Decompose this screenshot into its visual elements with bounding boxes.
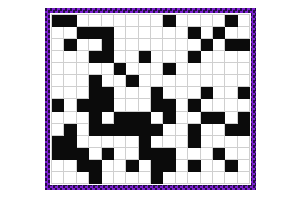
grid-cell-r13c3[interactable] (77, 160, 89, 172)
grid-cell-r14c15[interactable] (225, 172, 237, 184)
grid-cell-r1c5[interactable] (102, 15, 114, 27)
grid-cell-r9c11[interactable] (176, 112, 188, 124)
grid-cell-r1c3[interactable] (77, 15, 89, 27)
grid-cell-r13c15[interactable] (225, 160, 237, 172)
grid-cell-r14c1[interactable] (52, 172, 64, 184)
grid-cell-r1c11[interactable] (176, 15, 188, 27)
grid-cell-r1c9[interactable] (151, 15, 163, 27)
grid-cell-r13c2[interactable] (64, 160, 76, 172)
grid-cell-r10c6[interactable] (114, 124, 126, 136)
grid-cell-r11c7[interactable] (126, 136, 138, 148)
grid-cell-r13c11[interactable] (176, 160, 188, 172)
grid-cell-r5c13[interactable] (201, 63, 213, 75)
grid-cell-r4c15[interactable] (225, 51, 237, 63)
grid-cell-r8c13[interactable] (201, 99, 213, 111)
grid-cell-r3c9[interactable] (151, 39, 163, 51)
grid-cell-r6c10[interactable] (163, 75, 175, 87)
grid-cell-r12c4[interactable] (89, 148, 101, 160)
grid-cell-r3c14[interactable] (213, 39, 225, 51)
grid-cell-r10c12[interactable] (188, 124, 200, 136)
grid-cell-r10c14[interactable] (213, 124, 225, 136)
grid-cell-r7c11[interactable] (176, 87, 188, 99)
grid-cell-r9c3[interactable] (77, 112, 89, 124)
checkered-border-frame (45, 8, 256, 190)
grid-cell-r13c9[interactable] (151, 160, 163, 172)
grid-cell-r4c14[interactable] (213, 51, 225, 63)
grid-cell-r11c4[interactable] (89, 136, 101, 148)
grid-cell-r12c3[interactable] (77, 148, 89, 160)
grid-cell-r14c13[interactable] (201, 172, 213, 184)
grid-cell-r4c12[interactable] (188, 51, 200, 63)
grid-cell-r2c10[interactable] (163, 27, 175, 39)
grid-cell-r1c6[interactable] (114, 15, 126, 27)
grid-cell-r14c2[interactable] (64, 172, 76, 184)
grid-cell-r11c10[interactable] (163, 136, 175, 148)
grid-cell-r6c15[interactable] (225, 75, 237, 87)
grid-cell-r12c8[interactable] (139, 148, 151, 160)
grid-cell-r12c16[interactable] (238, 148, 250, 160)
grid-cell-r10c1[interactable] (52, 124, 64, 136)
grid-cell-r5c11[interactable] (176, 63, 188, 75)
grid-cell-r7c15[interactable] (225, 87, 237, 99)
grid-cell-r11c13[interactable] (201, 136, 213, 148)
grid-cell-r9c15[interactable] (225, 112, 237, 124)
grid-cell-r3c8[interactable] (139, 39, 151, 51)
grid-cell-r2c5[interactable] (102, 27, 114, 39)
grid-cell-r11c16[interactable] (238, 136, 250, 148)
grid-cell-r9c5[interactable] (102, 112, 114, 124)
grid-cell-r11c9[interactable] (151, 136, 163, 148)
grid-cell-r14c7[interactable] (126, 172, 138, 184)
grid-cell-r11c8[interactable] (139, 136, 151, 148)
grid-cell-r3c2[interactable] (64, 39, 76, 51)
grid-cell-r6c5[interactable] (102, 75, 114, 87)
grid-cell-r14c12[interactable] (188, 172, 200, 184)
grid-cell-r7c13[interactable] (201, 87, 213, 99)
grid-cell-r4c5[interactable] (102, 51, 114, 63)
grid-cell-r8c16[interactable] (238, 99, 250, 111)
grid-cell-r11c15[interactable] (225, 136, 237, 148)
grid-cell-r1c16[interactable] (238, 15, 250, 27)
grid-cell-r11c5[interactable] (102, 136, 114, 148)
grid-cell-r12c15[interactable] (225, 148, 237, 160)
grid-cell-r7c6[interactable] (114, 87, 126, 99)
grid-cell-r5c2[interactable] (64, 63, 76, 75)
grid-cell-r8c7[interactable] (126, 99, 138, 111)
grid-cell-r8c2[interactable] (64, 99, 76, 111)
grid-cell-r13c16[interactable] (238, 160, 250, 172)
grid-cell-r6c16[interactable] (238, 75, 250, 87)
grid-cell-r9c8[interactable] (139, 112, 151, 124)
grid-cell-r6c3[interactable] (77, 75, 89, 87)
puzzle-grid (51, 14, 250, 184)
grid-cell-r13c6[interactable] (114, 160, 126, 172)
grid-cell-r4c4[interactable] (89, 51, 101, 63)
grid-cell-r9c16[interactable] (238, 112, 250, 124)
grid-cell-r6c1[interactable] (52, 75, 64, 87)
grid-cell-r4c10[interactable] (163, 51, 175, 63)
grid-cell-r7c10[interactable] (163, 87, 175, 99)
grid-cell-r7c4[interactable] (89, 87, 101, 99)
grid-cell-r2c12[interactable] (188, 27, 200, 39)
grid-cell-r3c1[interactable] (52, 39, 64, 51)
grid-cell-r6c13[interactable] (201, 75, 213, 87)
grid-cell-r14c5[interactable] (102, 172, 114, 184)
grid-cell-r12c13[interactable] (201, 148, 213, 160)
grid-cell-r2c8[interactable] (139, 27, 151, 39)
grid-cell-r13c1[interactable] (52, 160, 64, 172)
grid-cell-r10c2[interactable] (64, 124, 76, 136)
grid-cell-r1c12[interactable] (188, 15, 200, 27)
grid-cell-r5c12[interactable] (188, 63, 200, 75)
grid-cell-r4c2[interactable] (64, 51, 76, 63)
grid-cell-r5c4[interactable] (89, 63, 101, 75)
grid-cell-r6c14[interactable] (213, 75, 225, 87)
grid-cell-r1c8[interactable] (139, 15, 151, 27)
grid-cell-r4c3[interactable] (77, 51, 89, 63)
grid-cell-r5c10[interactable] (163, 63, 175, 75)
grid-cell-r7c1[interactable] (52, 87, 64, 99)
grid-cell-r1c13[interactable] (201, 15, 213, 27)
grid-cell-r9c6[interactable] (114, 112, 126, 124)
grid-cell-r7c12[interactable] (188, 87, 200, 99)
grid-cell-r12c7[interactable] (126, 148, 138, 160)
grid-cell-r6c7[interactable] (126, 75, 138, 87)
grid-cell-r10c9[interactable] (151, 124, 163, 136)
grid-cell-r10c7[interactable] (126, 124, 138, 136)
grid-cell-r13c10[interactable] (163, 160, 175, 172)
grid-cell-r7c3[interactable] (77, 87, 89, 99)
grid-cell-r13c14[interactable] (213, 160, 225, 172)
grid-cell-r4c13[interactable] (201, 51, 213, 63)
grid-cell-r13c8[interactable] (139, 160, 151, 172)
grid-cell-r10c4[interactable] (89, 124, 101, 136)
grid-cell-r10c11[interactable] (176, 124, 188, 136)
grid-cell-r14c16[interactable] (238, 172, 250, 184)
grid-cell-r5c9[interactable] (151, 63, 163, 75)
grid-cell-r11c3[interactable] (77, 136, 89, 148)
grid-cell-r1c14[interactable] (213, 15, 225, 27)
grid-cell-r6c2[interactable] (64, 75, 76, 87)
grid-cell-r11c12[interactable] (188, 136, 200, 148)
grid-cell-r4c11[interactable] (176, 51, 188, 63)
grid-cell-r7c9[interactable] (151, 87, 163, 99)
grid-cell-r12c12[interactable] (188, 148, 200, 160)
grid-cell-r12c5[interactable] (102, 148, 114, 160)
grid-cell-r10c3[interactable] (77, 124, 89, 136)
grid-cell-r14c8[interactable] (139, 172, 151, 184)
grid-cell-r1c2[interactable] (64, 15, 76, 27)
grid-cell-r3c5[interactable] (102, 39, 114, 51)
grid-cell-r4c9[interactable] (151, 51, 163, 63)
grid-cell-r2c6[interactable] (114, 27, 126, 39)
grid-cell-r9c10[interactable] (163, 112, 175, 124)
grid-cell-r10c8[interactable] (139, 124, 151, 136)
grid-cell-r2c13[interactable] (201, 27, 213, 39)
grid-cell-r8c3[interactable] (77, 99, 89, 111)
grid-cell-r12c6[interactable] (114, 148, 126, 160)
grid-cell-r8c8[interactable] (139, 99, 151, 111)
grid-cell-r1c1[interactable] (52, 15, 64, 27)
grid-cell-r9c4[interactable] (89, 112, 101, 124)
grid-cell-r14c14[interactable] (213, 172, 225, 184)
grid-cell-r14c4[interactable] (89, 172, 101, 184)
grid-cell-r14c9[interactable] (151, 172, 163, 184)
grid-cell-r6c11[interactable] (176, 75, 188, 87)
grid-cell-r9c2[interactable] (64, 112, 76, 124)
grid-cell-r11c11[interactable] (176, 136, 188, 148)
grid-cell-r5c7[interactable] (126, 63, 138, 75)
grid-cell-r3c4[interactable] (89, 39, 101, 51)
grid-cell-r4c8[interactable] (139, 51, 151, 63)
grid-cell-r10c13[interactable] (201, 124, 213, 136)
grid-cell-r6c6[interactable] (114, 75, 126, 87)
grid-cell-r2c3[interactable] (77, 27, 89, 39)
grid-cell-r11c14[interactable] (213, 136, 225, 148)
grid-cell-r5c14[interactable] (213, 63, 225, 75)
grid-cell-r3c7[interactable] (126, 39, 138, 51)
grid-cell-r5c3[interactable] (77, 63, 89, 75)
page-background (0, 0, 300, 200)
grid-cell-r10c16[interactable] (238, 124, 250, 136)
grid-cell-r12c9[interactable] (151, 148, 163, 160)
grid-cell-r12c10[interactable] (163, 148, 175, 160)
grid-cell-r14c10[interactable] (163, 172, 175, 184)
grid-cell-r12c14[interactable] (213, 148, 225, 160)
grid-cell-r2c4[interactable] (89, 27, 101, 39)
grid-cell-r8c15[interactable] (225, 99, 237, 111)
grid-cell-r5c1[interactable] (52, 63, 64, 75)
grid-cell-r7c2[interactable] (64, 87, 76, 99)
grid-cell-r8c11[interactable] (176, 99, 188, 111)
grid-cell-r5c15[interactable] (225, 63, 237, 75)
grid-cell-r9c1[interactable] (52, 112, 64, 124)
grid-cell-r3c3[interactable] (77, 39, 89, 51)
grid-cell-r7c8[interactable] (139, 87, 151, 99)
grid-cell-r5c5[interactable] (102, 63, 114, 75)
grid-cell-r8c10[interactable] (163, 99, 175, 111)
grid-cell-r11c6[interactable] (114, 136, 126, 148)
grid-cell-r9c12[interactable] (188, 112, 200, 124)
grid-cell-r8c5[interactable] (102, 99, 114, 111)
grid-cell-r6c8[interactable] (139, 75, 151, 87)
grid-cell-r9c7[interactable] (126, 112, 138, 124)
grid-cell-r3c6[interactable] (114, 39, 126, 51)
grid-cell-r4c1[interactable] (52, 51, 64, 63)
grid-cell-r3c12[interactable] (188, 39, 200, 51)
grid-cell-r4c7[interactable] (126, 51, 138, 63)
grid-cell-r12c2[interactable] (64, 148, 76, 160)
grid-cell-r13c4[interactable] (89, 160, 101, 172)
grid-cell-r9c13[interactable] (201, 112, 213, 124)
grid-cell-r13c12[interactable] (188, 160, 200, 172)
grid-cell-r2c15[interactable] (225, 27, 237, 39)
grid-cell-r14c6[interactable] (114, 172, 126, 184)
grid-cell-r12c11[interactable] (176, 148, 188, 160)
grid-cell-r2c11[interactable] (176, 27, 188, 39)
grid-cell-r10c10[interactable] (163, 124, 175, 136)
grid-cell-r3c16[interactable] (238, 39, 250, 51)
grid-cell-r3c15[interactable] (225, 39, 237, 51)
grid-cell-r8c6[interactable] (114, 99, 126, 111)
grid-cell-r2c7[interactable] (126, 27, 138, 39)
grid-cell-r5c8[interactable] (139, 63, 151, 75)
grid-cell-r3c11[interactable] (176, 39, 188, 51)
grid-cell-r14c11[interactable] (176, 172, 188, 184)
grid-cell-r6c4[interactable] (89, 75, 101, 87)
grid-cell-r6c9[interactable] (151, 75, 163, 87)
grid-cell-r14c3[interactable] (77, 172, 89, 184)
grid-cell-r8c12[interactable] (188, 99, 200, 111)
grid-cell-r2c16[interactable] (238, 27, 250, 39)
grid-cell-r13c7[interactable] (126, 160, 138, 172)
grid-cell-r5c16[interactable] (238, 63, 250, 75)
grid-cell-r11c1[interactable] (52, 136, 64, 148)
grid-cell-r8c4[interactable] (89, 99, 101, 111)
grid-cell-r1c10[interactable] (163, 15, 175, 27)
grid-cell-r2c1[interactable] (52, 27, 64, 39)
grid-cell-r4c16[interactable] (238, 51, 250, 63)
grid-cell-r2c14[interactable] (213, 27, 225, 39)
grid-cell-r3c13[interactable] (201, 39, 213, 51)
grid-cell-r9c14[interactable] (213, 112, 225, 124)
grid-cell-r11c2[interactable] (64, 136, 76, 148)
grid-cell-r9c9[interactable] (151, 112, 163, 124)
grid-cell-r7c7[interactable] (126, 87, 138, 99)
grid-cell-r12c1[interactable] (52, 148, 64, 160)
grid-cell-r1c4[interactable] (89, 15, 101, 27)
grid-cell-r2c2[interactable] (64, 27, 76, 39)
grid-cell-r10c15[interactable] (225, 124, 237, 136)
grid-cell-r13c5[interactable] (102, 160, 114, 172)
grid-cell-r6c12[interactable] (188, 75, 200, 87)
grid-cell-r1c7[interactable] (126, 15, 138, 27)
grid-cell-r8c1[interactable] (52, 99, 64, 111)
grid-cell-r10c5[interactable] (102, 124, 114, 136)
grid-cell-r3c10[interactable] (163, 39, 175, 51)
grid-cell-r13c13[interactable] (201, 160, 213, 172)
grid-margin (50, 13, 251, 185)
grid-cell-r5c6[interactable] (114, 63, 126, 75)
grid-cell-r4c6[interactable] (114, 51, 126, 63)
grid-cell-r7c16[interactable] (238, 87, 250, 99)
grid-cell-r7c14[interactable] (213, 87, 225, 99)
grid-cell-r2c9[interactable] (151, 27, 163, 39)
grid-cell-r8c9[interactable] (151, 99, 163, 111)
grid-cell-r1c15[interactable] (225, 15, 237, 27)
grid-cell-r8c14[interactable] (213, 99, 225, 111)
grid-cell-r7c5[interactable] (102, 87, 114, 99)
